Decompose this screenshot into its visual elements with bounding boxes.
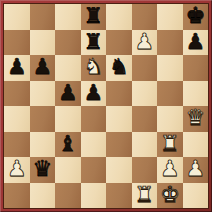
square-f2[interactable] — [132, 157, 158, 183]
square-d8[interactable]: ♜ — [81, 4, 107, 30]
square-g4[interactable] — [157, 106, 183, 132]
square-h6[interactable] — [183, 55, 209, 81]
square-h3[interactable] — [183, 132, 209, 158]
piece-black-rook-d7[interactable]: ♜ — [83, 30, 103, 54]
square-e5[interactable] — [106, 81, 132, 107]
square-b3[interactable] — [30, 132, 56, 158]
square-c2[interactable] — [55, 157, 81, 183]
piece-black-pawn-b6[interactable]: ♟ — [32, 55, 52, 79]
square-d7[interactable]: ♜ — [81, 30, 107, 56]
piece-white-pawn-f7[interactable]: ♟ — [134, 30, 154, 54]
square-g3[interactable]: ♜ — [157, 132, 183, 158]
square-f8[interactable] — [132, 4, 158, 30]
square-a4[interactable] — [4, 106, 30, 132]
square-b5[interactable] — [30, 81, 56, 107]
piece-black-bishop-c3[interactable]: ♝ — [58, 132, 78, 156]
square-c4[interactable] — [55, 106, 81, 132]
square-f6[interactable] — [132, 55, 158, 81]
square-f1[interactable]: ♜ — [132, 183, 158, 209]
square-e1[interactable] — [106, 183, 132, 209]
square-a2[interactable]: ♟ — [4, 157, 30, 183]
piece-white-knight-d6[interactable]: ♞ — [83, 55, 103, 79]
square-e3[interactable] — [106, 132, 132, 158]
square-c6[interactable] — [55, 55, 81, 81]
square-b7[interactable] — [30, 30, 56, 56]
square-h7[interactable]: ♟ — [183, 30, 209, 56]
piece-black-pawn-h7[interactable]: ♟ — [185, 30, 205, 54]
square-f3[interactable] — [132, 132, 158, 158]
square-a8[interactable] — [4, 4, 30, 30]
square-f4[interactable] — [132, 106, 158, 132]
piece-white-pawn-g2[interactable]: ♟ — [160, 157, 180, 181]
square-d2[interactable] — [81, 157, 107, 183]
square-b1[interactable] — [30, 183, 56, 209]
square-d1[interactable] — [81, 183, 107, 209]
piece-white-rook-f1[interactable]: ♜ — [134, 183, 154, 207]
square-e8[interactable] — [106, 4, 132, 30]
square-c1[interactable] — [55, 183, 81, 209]
piece-white-king-g1[interactable]: ♚ — [160, 183, 180, 207]
square-g1[interactable]: ♚ — [157, 183, 183, 209]
square-d3[interactable] — [81, 132, 107, 158]
square-d6[interactable]: ♞ — [81, 55, 107, 81]
chess-board-frame: ♜♚♜♟♟♟♟♞♞♟♟♛♝♜♟♛♟♟♜♚ — [0, 0, 212, 212]
square-g7[interactable] — [157, 30, 183, 56]
piece-black-pawn-a6[interactable]: ♟ — [7, 55, 27, 79]
square-d5[interactable]: ♟ — [81, 81, 107, 107]
square-e6[interactable]: ♞ — [106, 55, 132, 81]
square-h4[interactable]: ♛ — [183, 106, 209, 132]
square-h2[interactable]: ♟ — [183, 157, 209, 183]
square-g6[interactable] — [157, 55, 183, 81]
square-e2[interactable] — [106, 157, 132, 183]
piece-black-rook-d8[interactable]: ♜ — [83, 4, 103, 28]
square-b8[interactable] — [30, 4, 56, 30]
square-c3[interactable]: ♝ — [55, 132, 81, 158]
square-h5[interactable] — [183, 81, 209, 107]
square-h1[interactable] — [183, 183, 209, 209]
piece-white-pawn-h2[interactable]: ♟ — [185, 157, 205, 181]
piece-white-pawn-a2[interactable]: ♟ — [7, 157, 27, 181]
square-d4[interactable] — [81, 106, 107, 132]
square-f5[interactable] — [132, 81, 158, 107]
piece-black-queen-b2[interactable]: ♛ — [32, 157, 52, 181]
piece-black-pawn-c5[interactable]: ♟ — [58, 81, 78, 105]
square-a6[interactable]: ♟ — [4, 55, 30, 81]
square-a5[interactable] — [4, 81, 30, 107]
square-h8[interactable]: ♚ — [183, 4, 209, 30]
square-b2[interactable]: ♛ — [30, 157, 56, 183]
square-a7[interactable] — [4, 30, 30, 56]
square-e4[interactable] — [106, 106, 132, 132]
square-g5[interactable] — [157, 81, 183, 107]
square-b4[interactable] — [30, 106, 56, 132]
chess-board: ♜♚♜♟♟♟♟♞♞♟♟♛♝♜♟♛♟♟♜♚ — [4, 4, 208, 208]
piece-black-pawn-d5[interactable]: ♟ — [83, 81, 103, 105]
square-a3[interactable] — [4, 132, 30, 158]
square-c8[interactable] — [55, 4, 81, 30]
square-g8[interactable] — [157, 4, 183, 30]
square-f7[interactable]: ♟ — [132, 30, 158, 56]
piece-white-queen-h4[interactable]: ♛ — [185, 106, 205, 130]
square-g2[interactable]: ♟ — [157, 157, 183, 183]
piece-black-king-h8[interactable]: ♚ — [185, 4, 205, 28]
square-c7[interactable] — [55, 30, 81, 56]
piece-white-rook-g3[interactable]: ♜ — [160, 132, 180, 156]
square-b6[interactable]: ♟ — [30, 55, 56, 81]
square-c5[interactable]: ♟ — [55, 81, 81, 107]
piece-black-knight-e6[interactable]: ♞ — [109, 55, 129, 79]
square-e7[interactable] — [106, 30, 132, 56]
square-a1[interactable] — [4, 183, 30, 209]
